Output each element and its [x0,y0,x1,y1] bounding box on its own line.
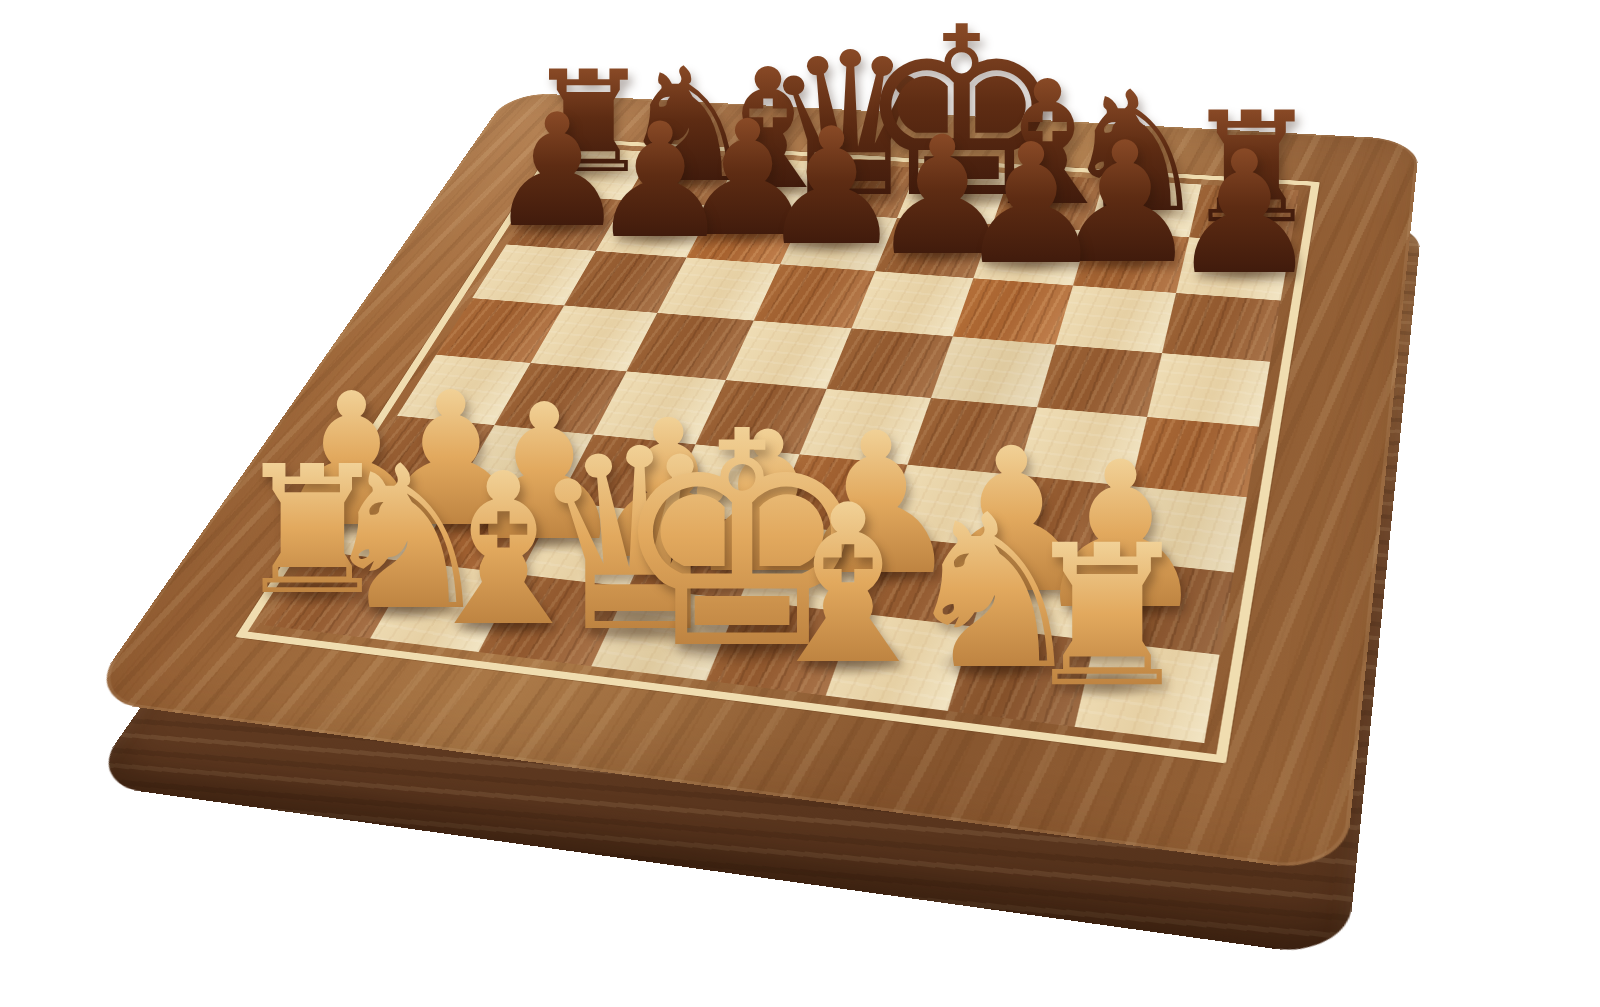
piece-black-pawn-h7[interactable]: ♟ [1160,129,1330,299]
piece-black-pawn-f7[interactable]: ♟ [948,122,1114,288]
piece-black-pawn-b7[interactable]: ♟ [581,102,739,260]
piece-white-rook-h1[interactable]: ♜ [1010,520,1205,715]
pieces-layer: ♜♞♝♛♚♝♞♜♟♟♟♟♟♟♟♟♟♟♟♟♟♟♟♟♜♞♝♛♚♝♞♜ [0,0,1600,1007]
chess-set-photo: ♜♞♝♛♚♝♞♜♟♟♟♟♟♟♟♟♟♟♟♟♟♟♟♟♜♞♝♛♚♝♞♜ [0,0,1600,1007]
